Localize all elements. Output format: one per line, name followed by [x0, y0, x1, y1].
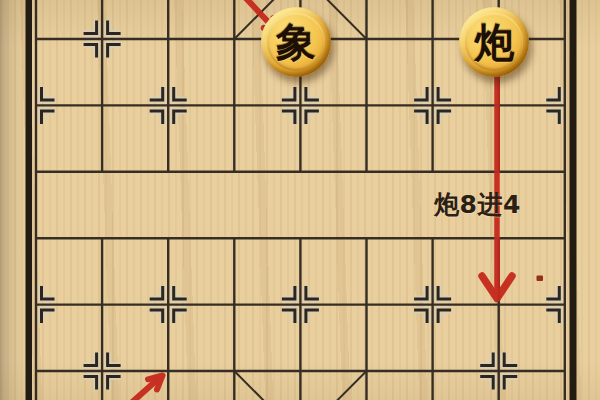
- piece-black-cannon[interactable]: 炮: [459, 7, 529, 77]
- piece-character: 炮: [459, 7, 529, 77]
- move-annotation: 炮8进4: [434, 188, 521, 221]
- piece-black-elephant[interactable]: 象: [261, 7, 331, 77]
- xiangqi-board: 象炮 炮8进4: [0, 0, 600, 400]
- piece-character: 象: [261, 7, 331, 77]
